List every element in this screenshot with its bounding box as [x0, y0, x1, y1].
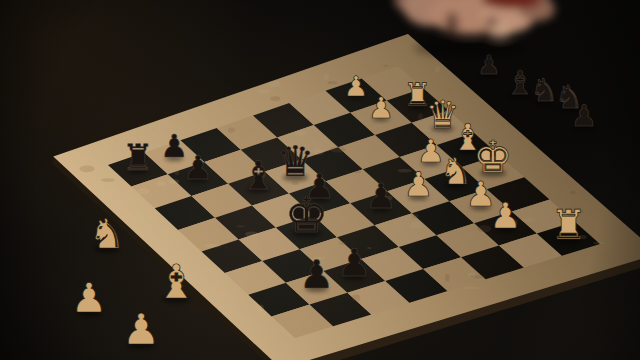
vignette: [0, 0, 640, 360]
photo-scene: ♟♜♟♛♝♟♟♜♚♛♟♞♝♟♟♟♟♟♚♜♟♟ ♞♝♟♟ ♟♝♞♞♟: [0, 0, 640, 360]
chess-scene-canvas: ♟♜♟♛♝♟♟♜♚♛♟♞♝♟♟♟♟♟♚♜♟♟ ♞♝♟♟ ♟♝♞♞♟: [0, 0, 640, 360]
